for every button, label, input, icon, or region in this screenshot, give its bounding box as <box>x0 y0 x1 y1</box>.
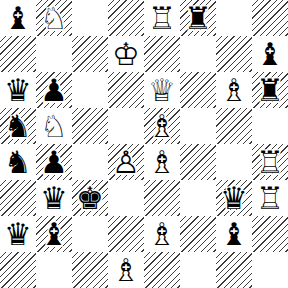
square-d4[interactable]: ♟♙ <box>108 144 144 180</box>
square-g6[interactable]: ♝♗ <box>216 72 252 108</box>
square-e3[interactable] <box>144 180 180 216</box>
square-d7[interactable]: ♚♔ <box>108 36 144 72</box>
square-b2[interactable]: ♝♝ <box>36 216 72 252</box>
white-knight-piece[interactable]: ♘ <box>36 108 72 144</box>
square-a2[interactable]: ♛♛ <box>0 216 36 252</box>
square-d5[interactable] <box>108 108 144 144</box>
white-rook-piece[interactable]: ♖ <box>144 0 180 36</box>
white-bishop-piece[interactable]: ♗ <box>216 72 252 108</box>
square-g3[interactable]: ♛♛ <box>216 180 252 216</box>
black-queen-piece[interactable]: ♛ <box>0 216 36 252</box>
square-a7[interactable] <box>0 36 36 72</box>
square-c5[interactable] <box>72 108 108 144</box>
square-d8[interactable] <box>108 0 144 36</box>
black-rook-piece[interactable]: ♜ <box>252 72 288 108</box>
square-a5[interactable]: ♞♞ <box>0 108 36 144</box>
square-d2[interactable] <box>108 216 144 252</box>
square-e5[interactable]: ♝♗ <box>144 108 180 144</box>
square-a4[interactable]: ♞♞ <box>0 144 36 180</box>
square-e8[interactable]: ♜♖ <box>144 0 180 36</box>
black-pawn-piece[interactable]: ♟ <box>36 144 72 180</box>
white-bishop-piece[interactable]: ♗ <box>108 252 144 288</box>
square-e7[interactable] <box>144 36 180 72</box>
square-c8[interactable] <box>72 0 108 36</box>
white-rook-piece[interactable]: ♖ <box>252 180 288 216</box>
square-b4[interactable]: ♟♟ <box>36 144 72 180</box>
chess-board: ♝♝♞♘♜♖♜♜♚♔♝♝♛♛♟♟♛♕♝♗♜♜♞♞♞♘♝♗♞♞♟♟♟♙♝♗♜♖♛♛… <box>0 0 288 288</box>
square-e2[interactable]: ♝♗ <box>144 216 180 252</box>
square-c1[interactable] <box>72 252 108 288</box>
square-f8[interactable]: ♜♜ <box>180 0 216 36</box>
black-bishop-piece[interactable]: ♝ <box>0 0 36 36</box>
square-a6[interactable]: ♛♛ <box>0 72 36 108</box>
square-h7[interactable]: ♝♝ <box>252 36 288 72</box>
square-b1[interactable] <box>36 252 72 288</box>
square-c4[interactable] <box>72 144 108 180</box>
black-knight-piece[interactable]: ♞ <box>0 144 36 180</box>
square-b6[interactable]: ♟♟ <box>36 72 72 108</box>
square-b8[interactable]: ♞♘ <box>36 0 72 36</box>
square-d1[interactable]: ♝♗ <box>108 252 144 288</box>
black-bishop-piece[interactable]: ♝ <box>36 216 72 252</box>
white-king-piece[interactable]: ♔ <box>108 36 144 72</box>
square-h4[interactable]: ♜♖ <box>252 144 288 180</box>
square-c7[interactable] <box>72 36 108 72</box>
white-knight-piece[interactable]: ♘ <box>36 0 72 36</box>
square-h3[interactable]: ♜♖ <box>252 180 288 216</box>
black-king-piece[interactable]: ♚ <box>72 180 108 216</box>
black-bishop-piece[interactable]: ♝ <box>216 216 252 252</box>
square-b5[interactable]: ♞♘ <box>36 108 72 144</box>
square-a8[interactable]: ♝♝ <box>0 0 36 36</box>
square-d3[interactable] <box>108 180 144 216</box>
square-c3[interactable]: ♚♚ <box>72 180 108 216</box>
black-queen-piece[interactable]: ♛ <box>216 180 252 216</box>
square-g1[interactable] <box>216 252 252 288</box>
square-f3[interactable] <box>180 180 216 216</box>
square-h6[interactable]: ♜♜ <box>252 72 288 108</box>
square-e1[interactable] <box>144 252 180 288</box>
square-e6[interactable]: ♛♕ <box>144 72 180 108</box>
white-rook-piece[interactable]: ♖ <box>252 144 288 180</box>
square-b7[interactable] <box>36 36 72 72</box>
black-bishop-piece[interactable]: ♝ <box>252 36 288 72</box>
square-f4[interactable] <box>180 144 216 180</box>
square-f1[interactable] <box>180 252 216 288</box>
square-a3[interactable] <box>0 180 36 216</box>
white-bishop-piece[interactable]: ♗ <box>144 144 180 180</box>
square-g2[interactable]: ♝♝ <box>216 216 252 252</box>
square-f5[interactable] <box>180 108 216 144</box>
black-queen-piece[interactable]: ♛ <box>0 72 36 108</box>
square-h1[interactable] <box>252 252 288 288</box>
square-h2[interactable] <box>252 216 288 252</box>
square-e4[interactable]: ♝♗ <box>144 144 180 180</box>
square-h5[interactable] <box>252 108 288 144</box>
black-pawn-piece[interactable]: ♟ <box>36 72 72 108</box>
black-rook-piece[interactable]: ♜ <box>180 0 216 36</box>
square-g5[interactable] <box>216 108 252 144</box>
square-f6[interactable] <box>180 72 216 108</box>
square-f7[interactable] <box>180 36 216 72</box>
white-queen-piece[interactable]: ♕ <box>144 72 180 108</box>
white-bishop-piece[interactable]: ♗ <box>144 216 180 252</box>
white-pawn-piece[interactable]: ♙ <box>108 144 144 180</box>
square-a1[interactable] <box>0 252 36 288</box>
square-f2[interactable] <box>180 216 216 252</box>
black-knight-piece[interactable]: ♞ <box>0 108 36 144</box>
square-g7[interactable] <box>216 36 252 72</box>
square-g4[interactable] <box>216 144 252 180</box>
white-bishop-piece[interactable]: ♗ <box>144 108 180 144</box>
square-d6[interactable] <box>108 72 144 108</box>
black-queen-piece[interactable]: ♛ <box>36 180 72 216</box>
square-c6[interactable] <box>72 72 108 108</box>
square-c2[interactable] <box>72 216 108 252</box>
square-g8[interactable] <box>216 0 252 36</box>
square-h8[interactable] <box>252 0 288 36</box>
square-b3[interactable]: ♛♛ <box>36 180 72 216</box>
